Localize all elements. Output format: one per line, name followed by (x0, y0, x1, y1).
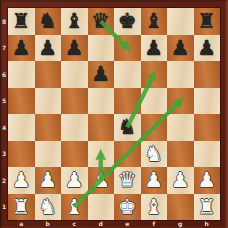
rank-label-8: 8 (0, 18, 8, 25)
piece-white-pawn[interactable]: ♟ (141, 167, 168, 194)
piece-white-rook[interactable]: ♜ (8, 194, 35, 221)
chess-board: ♜♞♝♛♚♝♜♟♟♟♟♟♟♟♞♞♟♟♟♟♛♟♟♟♜♞♝♚♝♜ (8, 8, 220, 220)
rank-label-2: 2 (0, 177, 8, 184)
square-g7[interactable]: ♟ (167, 35, 194, 62)
piece-white-knight[interactable]: ♞ (35, 194, 62, 221)
square-a1[interactable]: ♜ (8, 194, 35, 221)
file-label-d: d (97, 220, 105, 227)
square-a6[interactable] (8, 61, 35, 88)
square-e2[interactable]: ♛ (114, 167, 141, 194)
piece-white-king[interactable]: ♚ (114, 194, 141, 221)
piece-black-pawn[interactable]: ♟ (61, 35, 88, 62)
square-d6[interactable]: ♟ (88, 61, 115, 88)
piece-white-bishop[interactable]: ♝ (141, 194, 168, 221)
file-label-a: a (17, 220, 25, 227)
square-c2[interactable]: ♟ (61, 167, 88, 194)
square-c5[interactable] (61, 88, 88, 115)
piece-white-knight[interactable]: ♞ (141, 141, 168, 168)
square-g5[interactable] (167, 88, 194, 115)
square-c4[interactable] (61, 114, 88, 141)
square-g3[interactable] (167, 141, 194, 168)
square-h4[interactable] (194, 114, 221, 141)
piece-white-pawn[interactable]: ♟ (61, 167, 88, 194)
piece-black-bishop[interactable]: ♝ (141, 8, 168, 35)
square-b5[interactable] (35, 88, 62, 115)
square-h1[interactable]: ♜ (194, 194, 221, 221)
piece-white-pawn[interactable]: ♟ (35, 167, 62, 194)
piece-black-rook[interactable]: ♜ (194, 8, 221, 35)
square-g1[interactable] (167, 194, 194, 221)
square-c6[interactable] (61, 61, 88, 88)
square-f2[interactable]: ♟ (141, 167, 168, 194)
piece-white-rook[interactable]: ♜ (194, 194, 221, 221)
piece-black-pawn[interactable]: ♟ (35, 35, 62, 62)
piece-black-queen[interactable]: ♛ (88, 8, 115, 35)
piece-black-knight[interactable]: ♞ (114, 114, 141, 141)
square-d7[interactable] (88, 35, 115, 62)
square-g6[interactable] (167, 61, 194, 88)
square-b8[interactable]: ♞ (35, 8, 62, 35)
square-h5[interactable] (194, 88, 221, 115)
rank-label-3: 3 (0, 150, 8, 157)
square-e5[interactable] (114, 88, 141, 115)
piece-white-bishop[interactable]: ♝ (61, 194, 88, 221)
square-g4[interactable] (167, 114, 194, 141)
square-d1[interactable] (88, 194, 115, 221)
piece-black-pawn[interactable]: ♟ (141, 35, 168, 62)
piece-white-queen[interactable]: ♛ (114, 167, 141, 194)
square-a2[interactable]: ♟ (8, 167, 35, 194)
square-e8[interactable]: ♚ (114, 8, 141, 35)
piece-black-pawn[interactable]: ♟ (167, 35, 194, 62)
piece-black-pawn[interactable]: ♟ (8, 35, 35, 62)
piece-black-bishop[interactable]: ♝ (61, 8, 88, 35)
square-h2[interactable]: ♟ (194, 167, 221, 194)
square-f4[interactable] (141, 114, 168, 141)
square-d3[interactable] (88, 141, 115, 168)
piece-black-rook[interactable]: ♜ (8, 8, 35, 35)
square-g2[interactable]: ♟ (167, 167, 194, 194)
square-e4[interactable]: ♞ (114, 114, 141, 141)
square-c7[interactable]: ♟ (61, 35, 88, 62)
file-label-c: c (70, 220, 78, 227)
square-f7[interactable]: ♟ (141, 35, 168, 62)
square-b3[interactable] (35, 141, 62, 168)
square-a3[interactable] (8, 141, 35, 168)
square-e6[interactable] (114, 61, 141, 88)
square-g8[interactable] (167, 8, 194, 35)
square-f3[interactable]: ♞ (141, 141, 168, 168)
file-label-e: e (123, 220, 131, 227)
square-e7[interactable] (114, 35, 141, 62)
square-f5[interactable] (141, 88, 168, 115)
square-d4[interactable] (88, 114, 115, 141)
piece-black-knight[interactable]: ♞ (35, 8, 62, 35)
square-c3[interactable] (61, 141, 88, 168)
rank-label-5: 5 (0, 97, 8, 104)
piece-black-pawn[interactable]: ♟ (88, 61, 115, 88)
square-h6[interactable] (194, 61, 221, 88)
square-a8[interactable]: ♜ (8, 8, 35, 35)
square-b1[interactable]: ♞ (35, 194, 62, 221)
square-b7[interactable]: ♟ (35, 35, 62, 62)
file-label-h: h (203, 220, 211, 227)
square-d2[interactable]: ♟ (88, 167, 115, 194)
rank-label-1: 1 (0, 203, 8, 210)
square-h3[interactable] (194, 141, 221, 168)
piece-black-king[interactable]: ♚ (114, 8, 141, 35)
square-f6[interactable] (141, 61, 168, 88)
board-frame: ♜♞♝♛♚♝♜♟♟♟♟♟♟♟♞♞♟♟♟♟♛♟♟♟♜♞♝♚♝♜ 87654321a… (0, 0, 228, 228)
square-c8[interactable]: ♝ (61, 8, 88, 35)
square-a5[interactable] (8, 88, 35, 115)
square-a4[interactable] (8, 114, 35, 141)
square-h7[interactable]: ♟ (194, 35, 221, 62)
piece-white-pawn[interactable]: ♟ (167, 167, 194, 194)
rank-label-4: 4 (0, 124, 8, 131)
square-b2[interactable]: ♟ (35, 167, 62, 194)
piece-black-pawn[interactable]: ♟ (194, 35, 221, 62)
square-b6[interactable] (35, 61, 62, 88)
rank-label-7: 7 (0, 44, 8, 51)
square-d8[interactable]: ♛ (88, 8, 115, 35)
square-e3[interactable] (114, 141, 141, 168)
square-d5[interactable] (88, 88, 115, 115)
file-label-f: f (150, 220, 158, 227)
square-b4[interactable] (35, 114, 62, 141)
square-e1[interactable]: ♚ (114, 194, 141, 221)
file-label-g: g (176, 220, 184, 227)
square-a7[interactable]: ♟ (8, 35, 35, 62)
piece-white-pawn[interactable]: ♟ (88, 167, 115, 194)
square-f1[interactable]: ♝ (141, 194, 168, 221)
square-c1[interactable]: ♝ (61, 194, 88, 221)
rank-label-6: 6 (0, 71, 8, 78)
square-f8[interactable]: ♝ (141, 8, 168, 35)
file-label-b: b (44, 220, 52, 227)
piece-white-pawn[interactable]: ♟ (8, 167, 35, 194)
square-h8[interactable]: ♜ (194, 8, 221, 35)
piece-white-pawn[interactable]: ♟ (194, 167, 221, 194)
